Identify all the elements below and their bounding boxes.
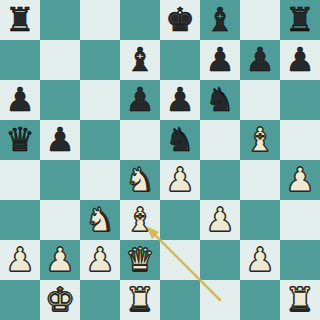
square-h6[interactable] bbox=[280, 80, 320, 120]
square-c4[interactable] bbox=[80, 160, 120, 200]
square-a8[interactable]: ♜ bbox=[0, 0, 40, 40]
square-b7[interactable] bbox=[40, 40, 80, 80]
square-d4[interactable]: ♞ bbox=[120, 160, 160, 200]
square-b3[interactable] bbox=[40, 200, 80, 240]
square-d1[interactable]: ♜ bbox=[120, 280, 160, 320]
square-e3[interactable] bbox=[160, 200, 200, 240]
square-a4[interactable] bbox=[0, 160, 40, 200]
chess-board-container: ♜♚♝♜♝♟♟♟♟♟♟♞♛♟♞♝♞♟♟♞♝♟♟♟♟♛♟♚♜♜ bbox=[0, 0, 320, 320]
square-f4[interactable] bbox=[200, 160, 240, 200]
chess-board: ♜♚♝♜♝♟♟♟♟♟♟♞♛♟♞♝♞♟♟♞♝♟♟♟♟♛♟♚♜♜ bbox=[0, 0, 320, 320]
square-h1[interactable]: ♜ bbox=[280, 280, 320, 320]
square-b2[interactable]: ♟ bbox=[40, 240, 80, 280]
square-c5[interactable] bbox=[80, 120, 120, 160]
square-c7[interactable] bbox=[80, 40, 120, 80]
piece-black-knight[interactable]: ♞ bbox=[200, 80, 240, 120]
square-d3[interactable]: ♝ bbox=[120, 200, 160, 240]
piece-white-pawn[interactable]: ♟ bbox=[280, 160, 320, 200]
square-f8[interactable]: ♝ bbox=[200, 0, 240, 40]
piece-white-pawn[interactable]: ♟ bbox=[80, 240, 120, 280]
square-h3[interactable] bbox=[280, 200, 320, 240]
piece-white-pawn[interactable]: ♟ bbox=[200, 200, 240, 240]
square-e5[interactable]: ♞ bbox=[160, 120, 200, 160]
square-d6[interactable]: ♟ bbox=[120, 80, 160, 120]
piece-black-queen[interactable]: ♛ bbox=[0, 120, 40, 160]
square-b8[interactable] bbox=[40, 0, 80, 40]
square-b1[interactable]: ♚ bbox=[40, 280, 80, 320]
square-g3[interactable] bbox=[240, 200, 280, 240]
square-f5[interactable] bbox=[200, 120, 240, 160]
piece-black-rook[interactable]: ♜ bbox=[0, 0, 40, 40]
square-c1[interactable] bbox=[80, 280, 120, 320]
square-h5[interactable] bbox=[280, 120, 320, 160]
square-e1[interactable] bbox=[160, 280, 200, 320]
square-g6[interactable] bbox=[240, 80, 280, 120]
square-f3[interactable]: ♟ bbox=[200, 200, 240, 240]
square-a6[interactable]: ♟ bbox=[0, 80, 40, 120]
square-c2[interactable]: ♟ bbox=[80, 240, 120, 280]
square-f2[interactable] bbox=[200, 240, 240, 280]
piece-white-rook[interactable]: ♜ bbox=[280, 280, 320, 320]
square-c8[interactable] bbox=[80, 0, 120, 40]
piece-black-pawn[interactable]: ♟ bbox=[0, 80, 40, 120]
piece-white-pawn[interactable]: ♟ bbox=[40, 240, 80, 280]
square-e6[interactable]: ♟ bbox=[160, 80, 200, 120]
piece-black-bishop[interactable]: ♝ bbox=[200, 0, 240, 40]
piece-white-pawn[interactable]: ♟ bbox=[0, 240, 40, 280]
piece-white-pawn[interactable]: ♟ bbox=[160, 160, 200, 200]
piece-white-knight[interactable]: ♞ bbox=[80, 200, 120, 240]
square-e7[interactable] bbox=[160, 40, 200, 80]
square-g1[interactable] bbox=[240, 280, 280, 320]
square-g2[interactable]: ♟ bbox=[240, 240, 280, 280]
square-b5[interactable]: ♟ bbox=[40, 120, 80, 160]
square-b6[interactable] bbox=[40, 80, 80, 120]
square-d2[interactable]: ♛ bbox=[120, 240, 160, 280]
piece-white-rook[interactable]: ♜ bbox=[120, 280, 160, 320]
piece-black-pawn[interactable]: ♟ bbox=[120, 80, 160, 120]
square-a7[interactable] bbox=[0, 40, 40, 80]
square-a1[interactable] bbox=[0, 280, 40, 320]
piece-white-bishop[interactable]: ♝ bbox=[120, 200, 160, 240]
square-a3[interactable] bbox=[0, 200, 40, 240]
piece-white-queen[interactable]: ♛ bbox=[120, 240, 160, 280]
square-g4[interactable] bbox=[240, 160, 280, 200]
square-h2[interactable] bbox=[280, 240, 320, 280]
piece-white-knight[interactable]: ♞ bbox=[120, 160, 160, 200]
square-g7[interactable]: ♟ bbox=[240, 40, 280, 80]
square-f1[interactable] bbox=[200, 280, 240, 320]
piece-black-pawn[interactable]: ♟ bbox=[280, 40, 320, 80]
piece-black-pawn[interactable]: ♟ bbox=[40, 120, 80, 160]
square-c6[interactable] bbox=[80, 80, 120, 120]
square-e2[interactable] bbox=[160, 240, 200, 280]
square-h8[interactable]: ♜ bbox=[280, 0, 320, 40]
square-g5[interactable]: ♝ bbox=[240, 120, 280, 160]
square-c3[interactable]: ♞ bbox=[80, 200, 120, 240]
square-d5[interactable] bbox=[120, 120, 160, 160]
piece-black-pawn[interactable]: ♟ bbox=[200, 40, 240, 80]
square-a2[interactable]: ♟ bbox=[0, 240, 40, 280]
square-b4[interactable] bbox=[40, 160, 80, 200]
piece-white-bishop[interactable]: ♝ bbox=[240, 120, 280, 160]
piece-white-king[interactable]: ♚ bbox=[40, 280, 80, 320]
piece-black-pawn[interactable]: ♟ bbox=[240, 40, 280, 80]
piece-black-king[interactable]: ♚ bbox=[160, 0, 200, 40]
piece-black-rook[interactable]: ♜ bbox=[280, 0, 320, 40]
square-f7[interactable]: ♟ bbox=[200, 40, 240, 80]
square-f6[interactable]: ♞ bbox=[200, 80, 240, 120]
square-e8[interactable]: ♚ bbox=[160, 0, 200, 40]
square-h7[interactable]: ♟ bbox=[280, 40, 320, 80]
square-g8[interactable] bbox=[240, 0, 280, 40]
piece-white-pawn[interactable]: ♟ bbox=[240, 240, 280, 280]
square-d8[interactable] bbox=[120, 0, 160, 40]
square-h4[interactable]: ♟ bbox=[280, 160, 320, 200]
piece-black-knight[interactable]: ♞ bbox=[160, 120, 200, 160]
square-a5[interactable]: ♛ bbox=[0, 120, 40, 160]
square-d7[interactable]: ♝ bbox=[120, 40, 160, 80]
piece-black-pawn[interactable]: ♟ bbox=[160, 80, 200, 120]
piece-black-bishop[interactable]: ♝ bbox=[120, 40, 160, 80]
square-e4[interactable]: ♟ bbox=[160, 160, 200, 200]
